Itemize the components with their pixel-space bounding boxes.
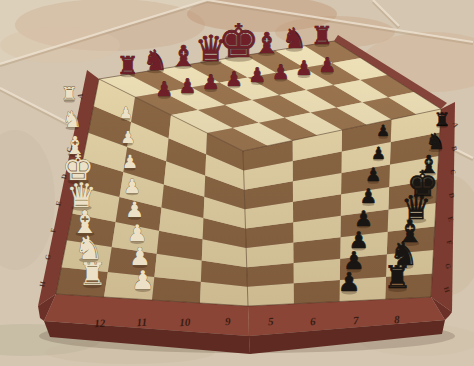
black-pawn: ♟	[376, 122, 390, 140]
white-rook: ♜	[61, 83, 77, 104]
red-pawn: ♟	[272, 60, 290, 84]
red-rook: ♜	[311, 21, 333, 50]
rim-number-label: 11	[136, 316, 147, 329]
black-rook: ♜	[383, 259, 411, 295]
red-pawn: ♟	[318, 53, 336, 77]
red-knight: ♞	[282, 22, 307, 55]
black-pawn: ♟	[365, 164, 381, 185]
white-pawn: ♟	[119, 104, 133, 122]
red-pawn: ♟	[155, 77, 173, 101]
red-pawn: ♟	[179, 74, 197, 98]
three-player-chess-photo: 12111095678HHGGFFEEDDCCBBAA♜♞♝♚♛♝♞♟♜♟♟♟♟…	[0, 0, 474, 366]
red-pawn: ♟	[202, 70, 220, 94]
rim-number-label: 10	[179, 316, 191, 329]
white-pawn: ♟	[123, 175, 141, 198]
red-bishop: ♝	[170, 39, 196, 73]
white-pawn: ♟	[125, 197, 144, 222]
rim-number-label: 12	[94, 317, 106, 330]
black-pawn: ♟	[371, 143, 386, 163]
white-pawn: ♟	[131, 265, 154, 295]
white-knight: ♞	[62, 106, 82, 132]
red-pawn: ♟	[225, 67, 243, 91]
red-pawn: ♟	[248, 63, 266, 87]
white-pawn: ♟	[120, 127, 135, 147]
black-pawn: ♟	[338, 267, 361, 297]
red-queen: ♛	[195, 28, 227, 69]
red-knight: ♞	[143, 44, 168, 77]
white-rook: ♜	[78, 256, 106, 292]
red-rook: ♜	[116, 51, 138, 80]
black-rook: ♜	[434, 109, 450, 130]
screenshot-root: 12111095678HHGGFFEEDDCCBBAA♜♞♝♚♛♝♞♟♜♟♟♟♟…	[0, 0, 474, 366]
red-pawn: ♟	[295, 56, 313, 80]
white-pawn: ♟	[122, 151, 138, 172]
